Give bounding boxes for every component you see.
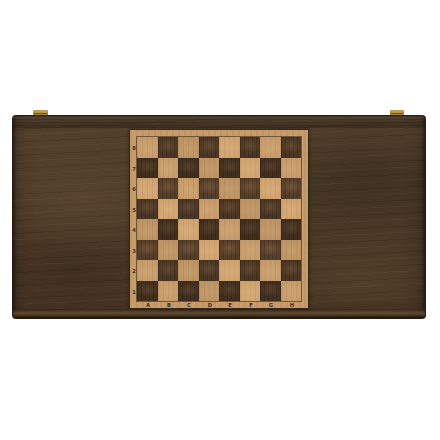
square-e5[interactable] <box>219 199 240 220</box>
rank-label-2: 2 <box>132 269 136 274</box>
file-label-f: F <box>249 302 253 307</box>
file-label-d: D <box>208 302 212 307</box>
wooden-chess-case: 87654321 ABCDEFGH <box>12 115 426 319</box>
square-b6[interactable] <box>158 178 179 199</box>
square-c6[interactable] <box>178 178 199 199</box>
square-h1[interactable] <box>281 281 302 302</box>
file-label-h: H <box>290 302 294 307</box>
square-e2[interactable] <box>219 260 240 281</box>
square-e6[interactable] <box>219 178 240 199</box>
file-label-a: A <box>146 302 150 307</box>
square-d5[interactable] <box>199 199 220 220</box>
rank-label-1: 1 <box>132 289 136 294</box>
case-top-edge <box>13 116 425 128</box>
square-h7[interactable] <box>281 158 302 179</box>
file-label-e: E <box>228 302 232 307</box>
square-b3[interactable] <box>158 240 179 261</box>
square-b5[interactable] <box>158 199 179 220</box>
case-bottom-bevel <box>13 309 425 318</box>
square-c8[interactable] <box>178 137 199 158</box>
file-label-c: C <box>187 302 191 307</box>
square-d4[interactable] <box>199 219 220 240</box>
board-grid <box>137 137 301 301</box>
square-c2[interactable] <box>178 260 199 281</box>
square-e1[interactable] <box>219 281 240 302</box>
square-a4[interactable] <box>137 219 158 240</box>
square-f5[interactable] <box>240 199 261 220</box>
rank-label-8: 8 <box>132 146 136 151</box>
photo-backdrop: 87654321 ABCDEFGH <box>0 0 440 440</box>
square-a3[interactable] <box>137 240 158 261</box>
square-a1[interactable] <box>137 281 158 302</box>
rank-label-5: 5 <box>132 207 136 212</box>
square-b2[interactable] <box>158 260 179 281</box>
square-a2[interactable] <box>137 260 158 281</box>
chess-board: 87654321 ABCDEFGH <box>129 129 309 309</box>
square-h4[interactable] <box>281 219 302 240</box>
square-b7[interactable] <box>158 158 179 179</box>
square-d8[interactable] <box>199 137 220 158</box>
square-c5[interactable] <box>178 199 199 220</box>
square-g2[interactable] <box>260 260 281 281</box>
square-e8[interactable] <box>219 137 240 158</box>
square-f6[interactable] <box>240 178 261 199</box>
square-g8[interactable] <box>260 137 281 158</box>
square-e4[interactable] <box>219 219 240 240</box>
square-d7[interactable] <box>199 158 220 179</box>
square-h5[interactable] <box>281 199 302 220</box>
file-label-b: B <box>167 302 171 307</box>
square-d1[interactable] <box>199 281 220 302</box>
square-b1[interactable] <box>158 281 179 302</box>
square-c4[interactable] <box>178 219 199 240</box>
square-d3[interactable] <box>199 240 220 261</box>
square-d2[interactable] <box>199 260 220 281</box>
square-a5[interactable] <box>137 199 158 220</box>
square-c3[interactable] <box>178 240 199 261</box>
square-h3[interactable] <box>281 240 302 261</box>
rank-label-7: 7 <box>132 166 136 171</box>
square-c1[interactable] <box>178 281 199 302</box>
square-h8[interactable] <box>281 137 302 158</box>
square-g6[interactable] <box>260 178 281 199</box>
square-f3[interactable] <box>240 240 261 261</box>
square-g5[interactable] <box>260 199 281 220</box>
square-a7[interactable] <box>137 158 158 179</box>
square-h2[interactable] <box>281 260 302 281</box>
square-f4[interactable] <box>240 219 261 240</box>
rank-label-6: 6 <box>132 187 136 192</box>
square-c7[interactable] <box>178 158 199 179</box>
square-h6[interactable] <box>281 178 302 199</box>
square-g7[interactable] <box>260 158 281 179</box>
square-a6[interactable] <box>137 178 158 199</box>
square-e3[interactable] <box>219 240 240 261</box>
square-g1[interactable] <box>260 281 281 302</box>
rank-label-4: 4 <box>132 228 136 233</box>
square-e7[interactable] <box>219 158 240 179</box>
square-g4[interactable] <box>260 219 281 240</box>
square-a8[interactable] <box>137 137 158 158</box>
file-label-g: G <box>269 302 273 307</box>
square-f7[interactable] <box>240 158 261 179</box>
square-d6[interactable] <box>199 178 220 199</box>
square-f1[interactable] <box>240 281 261 302</box>
square-b8[interactable] <box>158 137 179 158</box>
rank-label-3: 3 <box>132 248 136 253</box>
square-f8[interactable] <box>240 137 261 158</box>
square-g3[interactable] <box>260 240 281 261</box>
square-f2[interactable] <box>240 260 261 281</box>
square-b4[interactable] <box>158 219 179 240</box>
